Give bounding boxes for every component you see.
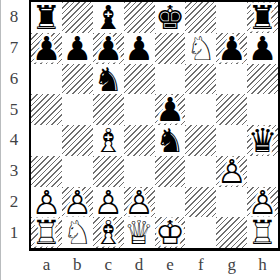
piece-outline: ♙ — [124, 187, 154, 218]
white-pawn: ♟♟♙ — [124, 187, 155, 218]
rank-label-6: 6 — [1, 64, 27, 95]
black-rook: ♜♜ — [31, 2, 62, 33]
square-e6[interactable] — [155, 64, 186, 95]
file-label-g: g — [216, 251, 247, 278]
square-a4[interactable] — [31, 125, 62, 156]
piece-outline: ♔ — [155, 217, 185, 248]
square-c5[interactable] — [93, 94, 124, 125]
square-h4[interactable]: ♛♛ — [247, 125, 278, 156]
black-pawn: ♟♟ — [216, 33, 247, 64]
piece-outline: ♙ — [32, 187, 62, 218]
square-e7[interactable] — [155, 33, 186, 64]
square-c7[interactable]: ♟♟ — [93, 33, 124, 64]
square-h2[interactable]: ♟♟♙ — [247, 187, 278, 218]
square-f7[interactable]: ♞♞♘ — [185, 33, 216, 64]
square-h3[interactable] — [247, 156, 278, 187]
square-b1[interactable]: ♞♞♘ — [62, 217, 93, 248]
chess-diagram: 87654321 ♜♜♝♝♚♚♜♜♟♟♟♟♟♟♟♟♞♞♘♟♟♟♟♞♞♟♟♝♝♗♞… — [0, 0, 279, 280]
white-pawn: ♟♟♙ — [31, 187, 62, 218]
white-bishop: ♝♝♗ — [93, 125, 124, 156]
square-e4[interactable]: ♞♞ — [155, 125, 186, 156]
piece-glyph: ♜ — [248, 2, 278, 33]
black-pawn: ♟♟ — [93, 33, 124, 64]
square-c8[interactable]: ♝♝ — [93, 2, 124, 33]
black-pawn: ♟♟ — [31, 33, 62, 64]
square-a7[interactable]: ♟♟ — [31, 33, 62, 64]
black-queen: ♛♛ — [247, 125, 278, 156]
piece-outline: ♘ — [63, 217, 93, 248]
square-c1[interactable]: ♝♝♗ — [93, 217, 124, 248]
square-d7[interactable]: ♟♟ — [124, 33, 155, 64]
piece-glyph: ♟ — [93, 33, 123, 64]
white-bishop: ♝♝♗ — [93, 217, 124, 248]
white-king: ♚♚♔ — [155, 217, 186, 248]
black-bishop: ♝♝ — [93, 2, 124, 33]
square-h5[interactable] — [247, 94, 278, 125]
piece-glyph: ♟ — [217, 33, 247, 64]
piece-outline: ♗ — [93, 217, 123, 248]
square-g6[interactable] — [216, 64, 247, 95]
white-rook: ♜♜♖ — [247, 217, 278, 248]
square-g4[interactable] — [216, 125, 247, 156]
square-c6[interactable]: ♞♞ — [93, 64, 124, 95]
square-h1[interactable]: ♜♜♖ — [247, 217, 278, 248]
white-knight: ♞♞♘ — [62, 217, 93, 248]
square-d3[interactable] — [124, 156, 155, 187]
black-pawn: ♟♟ — [124, 33, 155, 64]
square-d5[interactable] — [124, 94, 155, 125]
piece-glyph: ♛ — [248, 125, 278, 156]
black-knight: ♞♞ — [93, 64, 124, 95]
square-e8[interactable]: ♚♚ — [155, 2, 186, 33]
square-d2[interactable]: ♟♟♙ — [124, 187, 155, 218]
black-knight: ♞♞ — [155, 125, 186, 156]
piece-outline: ♕ — [124, 217, 154, 248]
square-h8[interactable]: ♜♜ — [247, 2, 278, 33]
square-f6[interactable] — [185, 64, 216, 95]
file-label-a: a — [31, 251, 62, 278]
rank-label-8: 8 — [1, 2, 27, 33]
piece-glyph: ♟ — [32, 33, 62, 64]
square-d6[interactable] — [124, 64, 155, 95]
square-g5[interactable] — [216, 94, 247, 125]
piece-outline: ♗ — [93, 125, 123, 156]
square-g3[interactable]: ♟♟♙ — [216, 156, 247, 187]
square-e3[interactable] — [155, 156, 186, 187]
square-b8[interactable] — [62, 2, 93, 33]
square-e1[interactable]: ♚♚♔ — [155, 217, 186, 248]
square-g8[interactable] — [216, 2, 247, 33]
square-a8[interactable]: ♜♜ — [31, 2, 62, 33]
square-d8[interactable] — [124, 2, 155, 33]
piece-glyph: ♟ — [63, 33, 93, 64]
square-f4[interactable] — [185, 125, 216, 156]
square-f2[interactable] — [185, 187, 216, 218]
piece-outline: ♙ — [63, 187, 93, 218]
white-rook: ♜♜♖ — [31, 217, 62, 248]
rank-labels: 87654321 — [1, 2, 27, 248]
piece-glyph: ♝ — [93, 2, 123, 33]
piece-glyph: ♞ — [155, 125, 185, 156]
file-label-b: b — [62, 251, 93, 278]
square-d1[interactable]: ♛♛♕ — [124, 217, 155, 248]
piece-outline: ♖ — [32, 217, 62, 248]
piece-outline: ♖ — [248, 217, 278, 248]
white-queen: ♛♛♕ — [124, 217, 155, 248]
rank-label-4: 4 — [1, 125, 27, 156]
piece-outline: ♘ — [186, 33, 216, 64]
white-pawn: ♟♟♙ — [62, 187, 93, 218]
file-label-c: c — [93, 251, 124, 278]
square-c2[interactable]: ♟♟♙ — [93, 187, 124, 218]
square-e2[interactable] — [155, 187, 186, 218]
rank-label-2: 2 — [1, 187, 27, 218]
square-a2[interactable]: ♟♟♙ — [31, 187, 62, 218]
white-pawn: ♟♟♙ — [93, 187, 124, 218]
square-c4[interactable]: ♝♝♗ — [93, 125, 124, 156]
square-f5[interactable] — [185, 94, 216, 125]
rank-label-5: 5 — [1, 94, 27, 125]
square-a5[interactable] — [31, 94, 62, 125]
file-labels: abcdefgh — [31, 251, 278, 278]
square-d4[interactable] — [124, 125, 155, 156]
square-f8[interactable] — [185, 2, 216, 33]
square-b4[interactable] — [62, 125, 93, 156]
square-b3[interactable] — [62, 156, 93, 187]
black-pawn: ♟♟ — [62, 33, 93, 64]
white-pawn: ♟♟♙ — [216, 156, 247, 187]
white-pawn: ♟♟♙ — [247, 187, 278, 218]
black-king: ♚♚ — [155, 2, 186, 33]
square-c3[interactable] — [93, 156, 124, 187]
square-g2[interactable] — [216, 187, 247, 218]
black-pawn: ♟♟ — [155, 94, 186, 125]
rank-label-3: 3 — [1, 156, 27, 187]
file-label-e: e — [155, 251, 186, 278]
piece-outline: ♙ — [93, 187, 123, 218]
black-rook: ♜♜ — [247, 2, 278, 33]
piece-glyph: ♚ — [155, 2, 185, 33]
square-a6[interactable] — [31, 64, 62, 95]
square-f1[interactable] — [185, 217, 216, 248]
rank-label-7: 7 — [1, 33, 27, 64]
piece-outline: ♙ — [248, 187, 278, 218]
square-a1[interactable]: ♜♜♖ — [31, 217, 62, 248]
piece-glyph: ♜ — [32, 2, 62, 33]
square-g1[interactable] — [216, 217, 247, 248]
square-b6[interactable] — [62, 64, 93, 95]
square-e5[interactable]: ♟♟ — [155, 94, 186, 125]
piece-glyph: ♞ — [93, 64, 123, 95]
piece-outline: ♙ — [217, 156, 247, 187]
chess-board: ♜♜♝♝♚♚♜♜♟♟♟♟♟♟♟♟♞♞♘♟♟♟♟♞♞♟♟♝♝♗♞♞♛♛♟♟♙♟♟♙… — [29, 0, 280, 251]
black-pawn: ♟♟ — [247, 33, 278, 64]
file-label-f: f — [185, 251, 216, 278]
square-g7[interactable]: ♟♟ — [216, 33, 247, 64]
piece-glyph: ♟ — [155, 94, 185, 125]
piece-glyph: ♟ — [124, 33, 154, 64]
square-a3[interactable] — [31, 156, 62, 187]
file-label-h: h — [247, 251, 278, 278]
square-h7[interactable]: ♟♟ — [247, 33, 278, 64]
square-b5[interactable] — [62, 94, 93, 125]
square-b2[interactable]: ♟♟♙ — [62, 187, 93, 218]
file-label-d: d — [124, 251, 155, 278]
square-f3[interactable] — [185, 156, 216, 187]
piece-glyph: ♟ — [248, 33, 278, 64]
rank-label-1: 1 — [1, 217, 27, 248]
white-knight: ♞♞♘ — [185, 33, 216, 64]
square-h6[interactable] — [247, 64, 278, 95]
square-b7[interactable]: ♟♟ — [62, 33, 93, 64]
